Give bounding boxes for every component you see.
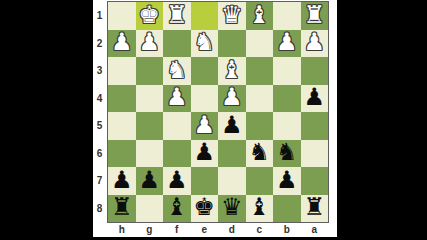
- square-f6[interactable]: [163, 140, 191, 168]
- square-e8[interactable]: ♚: [191, 195, 219, 223]
- piece-white-pawn-h2[interactable]: ♟: [111, 30, 133, 54]
- square-d4[interactable]: ♟: [218, 85, 246, 113]
- piece-white-pawn-g2[interactable]: ♟: [138, 30, 160, 54]
- square-c7[interactable]: [246, 167, 274, 195]
- file-label-e: e: [191, 223, 219, 236]
- rank-label-8: 8: [93, 195, 106, 223]
- square-c8[interactable]: ♝: [246, 195, 274, 223]
- square-b3[interactable]: [273, 57, 301, 85]
- piece-black-bishop-f8[interactable]: ♝: [166, 195, 188, 219]
- square-h4[interactable]: [108, 85, 136, 113]
- piece-white-pawn-f4[interactable]: ♟: [166, 85, 188, 109]
- square-b7[interactable]: ♟: [273, 167, 301, 195]
- square-b5[interactable]: [273, 112, 301, 140]
- piece-white-king-g1[interactable]: ♚: [138, 3, 160, 27]
- rank-label-3: 3: [93, 57, 106, 85]
- square-b1[interactable]: [273, 2, 301, 30]
- piece-black-pawn-a4[interactable]: ♟: [303, 85, 325, 109]
- piece-white-queen-d1[interactable]: ♛: [221, 3, 243, 27]
- square-c3[interactable]: [246, 57, 274, 85]
- square-h2[interactable]: ♟: [108, 30, 136, 58]
- square-c4[interactable]: [246, 85, 274, 113]
- square-g7[interactable]: ♟: [136, 167, 164, 195]
- piece-black-rook-h8[interactable]: ♜: [111, 195, 133, 219]
- square-a5[interactable]: [301, 112, 329, 140]
- square-a7[interactable]: [301, 167, 329, 195]
- square-h8[interactable]: ♜: [108, 195, 136, 223]
- square-h3[interactable]: [108, 57, 136, 85]
- square-g6[interactable]: [136, 140, 164, 168]
- square-d5[interactable]: ♟: [218, 112, 246, 140]
- piece-black-pawn-e6[interactable]: ♟: [193, 140, 215, 164]
- piece-white-pawn-e5[interactable]: ♟: [193, 113, 215, 137]
- piece-black-pawn-h7[interactable]: ♟: [111, 168, 133, 192]
- square-e7[interactable]: [191, 167, 219, 195]
- square-d1[interactable]: ♛: [218, 2, 246, 30]
- square-e3[interactable]: [191, 57, 219, 85]
- square-d6[interactable]: [218, 140, 246, 168]
- file-label-h: h: [108, 223, 136, 236]
- square-f1[interactable]: ♜: [163, 2, 191, 30]
- piece-white-bishop-d3[interactable]: ♝: [221, 58, 243, 82]
- rank-label-7: 7: [93, 167, 106, 195]
- piece-black-rook-a8[interactable]: ♜: [303, 195, 325, 219]
- square-e5[interactable]: ♟: [191, 112, 219, 140]
- square-h6[interactable]: [108, 140, 136, 168]
- piece-white-pawn-a2[interactable]: ♟: [303, 30, 325, 54]
- rank-label-6: 6: [93, 140, 106, 168]
- piece-black-pawn-f7[interactable]: ♟: [166, 168, 188, 192]
- square-g8[interactable]: [136, 195, 164, 223]
- piece-white-pawn-d4[interactable]: ♟: [221, 85, 243, 109]
- square-f5[interactable]: [163, 112, 191, 140]
- file-label-c: c: [246, 223, 274, 236]
- square-h1[interactable]: [108, 2, 136, 30]
- chessboard-panel: 12345678 ♚♜♛♝♜♟♟♞♟♟♞♝♟♟♟♟♟♟♞♞♟♟♟♟♜♝♚♛♝♜ …: [93, 0, 337, 237]
- piece-white-rook-f1[interactable]: ♜: [166, 3, 188, 27]
- square-f3[interactable]: ♞: [163, 57, 191, 85]
- piece-white-knight-e2[interactable]: ♞: [193, 30, 215, 54]
- square-d2[interactable]: [218, 30, 246, 58]
- piece-black-knight-b6[interactable]: ♞: [276, 140, 298, 164]
- chess-board[interactable]: ♚♜♛♝♜♟♟♞♟♟♞♝♟♟♟♟♟♟♞♞♟♟♟♟♜♝♚♛♝♜: [107, 1, 329, 223]
- rank-label-4: 4: [93, 85, 106, 113]
- square-f4[interactable]: ♟: [163, 85, 191, 113]
- piece-black-pawn-b7[interactable]: ♟: [276, 168, 298, 192]
- square-g2[interactable]: ♟: [136, 30, 164, 58]
- file-label-f: f: [163, 223, 191, 236]
- square-e2[interactable]: ♞: [191, 30, 219, 58]
- square-g3[interactable]: [136, 57, 164, 85]
- square-a4[interactable]: ♟: [301, 85, 329, 113]
- piece-black-knight-c6[interactable]: ♞: [248, 140, 270, 164]
- rank-label-2: 2: [93, 30, 106, 58]
- square-a6[interactable]: [301, 140, 329, 168]
- square-b6[interactable]: ♞: [273, 140, 301, 168]
- square-g4[interactable]: [136, 85, 164, 113]
- square-a8[interactable]: ♜: [301, 195, 329, 223]
- file-label-g: g: [136, 223, 164, 236]
- square-f2[interactable]: [163, 30, 191, 58]
- file-label-a: a: [301, 223, 329, 236]
- piece-white-pawn-b2[interactable]: ♟: [276, 30, 298, 54]
- piece-black-bishop-c8[interactable]: ♝: [248, 195, 270, 219]
- rank-label-1: 1: [93, 2, 106, 30]
- square-b2[interactable]: ♟: [273, 30, 301, 58]
- square-c1[interactable]: ♝: [246, 2, 274, 30]
- square-e6[interactable]: ♟: [191, 140, 219, 168]
- piece-white-bishop-c1[interactable]: ♝: [248, 3, 270, 27]
- square-d7[interactable]: [218, 167, 246, 195]
- square-d3[interactable]: ♝: [218, 57, 246, 85]
- square-f8[interactable]: ♝: [163, 195, 191, 223]
- piece-white-knight-f3[interactable]: ♞: [166, 58, 188, 82]
- square-f7[interactable]: ♟: [163, 167, 191, 195]
- piece-black-king-e8[interactable]: ♚: [193, 195, 215, 219]
- square-a2[interactable]: ♟: [301, 30, 329, 58]
- piece-black-pawn-d5[interactable]: ♟: [221, 113, 243, 137]
- square-c5[interactable]: [246, 112, 274, 140]
- square-g5[interactable]: [136, 112, 164, 140]
- square-b8[interactable]: [273, 195, 301, 223]
- file-label-d: d: [218, 223, 246, 236]
- piece-white-rook-a1[interactable]: ♜: [303, 3, 325, 27]
- square-c6[interactable]: ♞: [246, 140, 274, 168]
- square-e4[interactable]: [191, 85, 219, 113]
- square-a3[interactable]: [301, 57, 329, 85]
- square-g1[interactable]: ♚: [136, 2, 164, 30]
- square-e1[interactable]: [191, 2, 219, 30]
- piece-black-pawn-g7[interactable]: ♟: [138, 168, 160, 192]
- square-h7[interactable]: ♟: [108, 167, 136, 195]
- square-a1[interactable]: ♜: [301, 2, 329, 30]
- page-background: 12345678 ♚♜♛♝♜♟♟♞♟♟♞♝♟♟♟♟♟♟♞♞♟♟♟♟♜♝♚♛♝♜ …: [0, 0, 427, 240]
- piece-black-queen-d8[interactable]: ♛: [221, 195, 243, 219]
- square-c2[interactable]: [246, 30, 274, 58]
- rank-label-5: 5: [93, 112, 106, 140]
- square-d8[interactable]: ♛: [218, 195, 246, 223]
- square-h5[interactable]: [108, 112, 136, 140]
- square-b4[interactable]: [273, 85, 301, 113]
- file-label-b: b: [273, 223, 301, 236]
